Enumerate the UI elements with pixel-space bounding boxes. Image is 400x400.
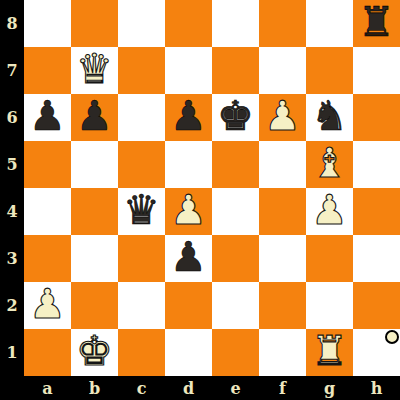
rank-label-4: 4 — [0, 188, 24, 235]
square-d3[interactable]: ♟ — [165, 235, 212, 282]
square-b6[interactable]: ♟ — [71, 94, 118, 141]
square-g1[interactable]: ♜ — [306, 329, 353, 376]
rank-label-5: 5 — [0, 141, 24, 188]
square-f5[interactable] — [259, 141, 306, 188]
file-label-h: h — [353, 376, 400, 400]
square-h7[interactable] — [353, 47, 400, 94]
rank-label-8: 8 — [0, 0, 24, 47]
square-g8[interactable] — [306, 0, 353, 47]
square-c4[interactable]: ♛ — [118, 188, 165, 235]
white-to-move-indicator — [385, 330, 399, 344]
square-g3[interactable] — [306, 235, 353, 282]
rank-label-6: 6 — [0, 94, 24, 141]
file-label-b: b — [71, 376, 118, 400]
square-b4[interactable] — [71, 188, 118, 235]
square-h4[interactable] — [353, 188, 400, 235]
black-pawn[interactable]: ♟ — [170, 93, 207, 140]
square-b8[interactable] — [71, 0, 118, 47]
square-b1[interactable]: ♚ — [71, 329, 118, 376]
square-f1[interactable] — [259, 329, 306, 376]
chessboard[interactable]: ♜♛♟♟♟♚♟♞♝♛♟♟♟♟♚♜ — [24, 0, 400, 376]
white-bishop[interactable]: ♝ — [311, 140, 348, 187]
square-h6[interactable] — [353, 94, 400, 141]
square-a4[interactable] — [24, 188, 71, 235]
square-f4[interactable] — [259, 188, 306, 235]
square-g5[interactable]: ♝ — [306, 141, 353, 188]
file-label-d: d — [165, 376, 212, 400]
black-pawn[interactable]: ♟ — [170, 234, 207, 281]
square-d1[interactable] — [165, 329, 212, 376]
square-e7[interactable] — [212, 47, 259, 94]
square-d5[interactable] — [165, 141, 212, 188]
square-f6[interactable]: ♟ — [259, 94, 306, 141]
white-pawn[interactable]: ♟ — [264, 93, 301, 140]
square-g2[interactable] — [306, 282, 353, 329]
square-d7[interactable] — [165, 47, 212, 94]
square-h3[interactable] — [353, 235, 400, 282]
square-c2[interactable] — [118, 282, 165, 329]
black-king[interactable]: ♚ — [217, 93, 254, 140]
square-b2[interactable] — [71, 282, 118, 329]
square-d8[interactable] — [165, 0, 212, 47]
file-label-a: a — [24, 376, 71, 400]
square-h2[interactable] — [353, 282, 400, 329]
square-f8[interactable] — [259, 0, 306, 47]
black-pawn[interactable]: ♟ — [76, 93, 113, 140]
file-label-f: f — [259, 376, 306, 400]
square-f2[interactable] — [259, 282, 306, 329]
square-a5[interactable] — [24, 141, 71, 188]
square-d6[interactable]: ♟ — [165, 94, 212, 141]
square-f3[interactable] — [259, 235, 306, 282]
white-pawn[interactable]: ♟ — [29, 281, 66, 328]
square-e6[interactable]: ♚ — [212, 94, 259, 141]
square-f7[interactable] — [259, 47, 306, 94]
chess-puzzle-screenshot: ♜♛♟♟♟♚♟♞♝♛♟♟♟♟♚♜ 87654321 abcdefgh — [0, 0, 400, 400]
white-king[interactable]: ♚ — [76, 328, 113, 375]
square-e5[interactable] — [212, 141, 259, 188]
square-a1[interactable] — [24, 329, 71, 376]
square-a3[interactable] — [24, 235, 71, 282]
rank-label-3: 3 — [0, 235, 24, 282]
square-c8[interactable] — [118, 0, 165, 47]
black-queen[interactable]: ♛ — [123, 187, 160, 234]
file-label-e: e — [212, 376, 259, 400]
file-label-c: c — [118, 376, 165, 400]
rank-label-2: 2 — [0, 282, 24, 329]
rank-labels: 87654321 — [0, 0, 24, 376]
white-rook[interactable]: ♜ — [311, 328, 348, 375]
square-a8[interactable] — [24, 0, 71, 47]
square-b7[interactable]: ♛ — [71, 47, 118, 94]
square-g7[interactable] — [306, 47, 353, 94]
rank-label-7: 7 — [0, 47, 24, 94]
rank-label-1: 1 — [0, 329, 24, 376]
square-a7[interactable] — [24, 47, 71, 94]
file-label-g: g — [306, 376, 353, 400]
square-b5[interactable] — [71, 141, 118, 188]
white-pawn[interactable]: ♟ — [311, 187, 348, 234]
square-h8[interactable]: ♜ — [353, 0, 400, 47]
file-labels: abcdefgh — [24, 376, 400, 400]
square-h5[interactable] — [353, 141, 400, 188]
square-c5[interactable] — [118, 141, 165, 188]
square-c6[interactable] — [118, 94, 165, 141]
square-b3[interactable] — [71, 235, 118, 282]
square-c7[interactable] — [118, 47, 165, 94]
square-e4[interactable] — [212, 188, 259, 235]
white-queen[interactable]: ♛ — [76, 46, 113, 93]
square-d4[interactable]: ♟ — [165, 188, 212, 235]
square-e3[interactable] — [212, 235, 259, 282]
square-c1[interactable] — [118, 329, 165, 376]
square-g6[interactable]: ♞ — [306, 94, 353, 141]
black-pawn[interactable]: ♟ — [29, 93, 66, 140]
square-a6[interactable]: ♟ — [24, 94, 71, 141]
black-knight[interactable]: ♞ — [311, 93, 348, 140]
square-e2[interactable] — [212, 282, 259, 329]
square-g4[interactable]: ♟ — [306, 188, 353, 235]
black-rook[interactable]: ♜ — [358, 0, 395, 46]
square-d2[interactable] — [165, 282, 212, 329]
square-e8[interactable] — [212, 0, 259, 47]
square-a2[interactable]: ♟ — [24, 282, 71, 329]
white-pawn[interactable]: ♟ — [170, 187, 207, 234]
square-e1[interactable] — [212, 329, 259, 376]
square-c3[interactable] — [118, 235, 165, 282]
